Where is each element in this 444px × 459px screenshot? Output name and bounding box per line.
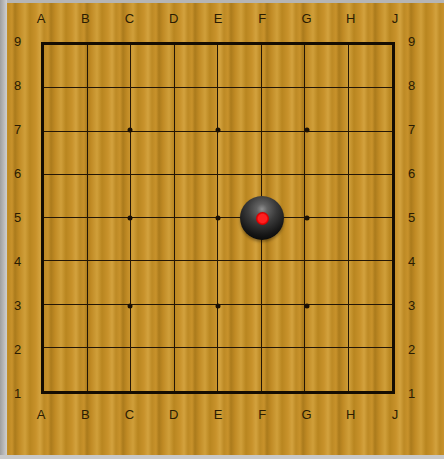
- row-label-1: 1: [14, 386, 21, 402]
- board-cell[interactable]: [262, 132, 306, 175]
- board-cell[interactable]: [349, 218, 393, 261]
- board-cell[interactable]: [305, 305, 349, 348]
- board-cell[interactable]: [88, 348, 132, 391]
- board-cell[interactable]: [88, 305, 132, 348]
- column-label-H: H: [346, 407, 355, 423]
- row-label-9: 9: [408, 34, 415, 50]
- row-label-9: 9: [14, 34, 21, 50]
- board-cell[interactable]: [218, 218, 262, 261]
- row-label-4: 4: [408, 254, 415, 270]
- column-label-A: A: [37, 407, 46, 423]
- row-label-1: 1: [408, 386, 415, 402]
- column-label-F: F: [258, 407, 266, 423]
- column-label-J: J: [392, 407, 399, 423]
- board-cell[interactable]: [305, 132, 349, 175]
- row-label-2: 2: [14, 342, 21, 358]
- board-cell[interactable]: [262, 218, 306, 261]
- board-cell[interactable]: [218, 175, 262, 218]
- board-cell[interactable]: [44, 88, 88, 131]
- column-labels-top: ABCDEFGHJ: [41, 11, 395, 27]
- board-cell[interactable]: [305, 348, 349, 391]
- board-cell[interactable]: [88, 175, 132, 218]
- board-cell[interactable]: [175, 305, 219, 348]
- board-cell[interactable]: [262, 305, 306, 348]
- board-cell[interactable]: [88, 218, 132, 261]
- column-label-B: B: [81, 407, 90, 423]
- board-cell[interactable]: [218, 261, 262, 304]
- column-label-G: G: [301, 11, 311, 27]
- board-cell[interactable]: [44, 261, 88, 304]
- board-cell[interactable]: [349, 261, 393, 304]
- go-board-screenshot: ABCDEFGHJ ABCDEFGHJ 987654321 987654321: [0, 0, 444, 459]
- row-labels-right: 987654321: [408, 42, 422, 394]
- board-cell[interactable]: [131, 88, 175, 131]
- row-label-6: 6: [14, 166, 21, 182]
- row-label-7: 7: [408, 122, 415, 138]
- board-cell[interactable]: [218, 305, 262, 348]
- frame-edge-top: [0, 0, 444, 3]
- go-board-grid[interactable]: [41, 42, 395, 394]
- board-cell[interactable]: [131, 261, 175, 304]
- board-cell[interactable]: [131, 175, 175, 218]
- board-cell[interactable]: [305, 88, 349, 131]
- board-cell[interactable]: [175, 132, 219, 175]
- column-label-D: D: [169, 407, 178, 423]
- row-label-2: 2: [408, 342, 415, 358]
- board-cell[interactable]: [305, 45, 349, 88]
- row-label-8: 8: [408, 78, 415, 94]
- board-cell[interactable]: [131, 218, 175, 261]
- column-label-C: C: [125, 11, 134, 27]
- row-label-8: 8: [14, 78, 21, 94]
- board-cell[interactable]: [88, 45, 132, 88]
- board-cell[interactable]: [218, 348, 262, 391]
- board-cell[interactable]: [131, 132, 175, 175]
- column-label-B: B: [81, 11, 90, 27]
- board-cell[interactable]: [262, 261, 306, 304]
- board-cell[interactable]: [88, 88, 132, 131]
- board-cell[interactable]: [44, 218, 88, 261]
- board-cell[interactable]: [349, 175, 393, 218]
- column-label-E: E: [214, 407, 223, 423]
- board-cell[interactable]: [88, 132, 132, 175]
- board-cell[interactable]: [131, 348, 175, 391]
- board-cell[interactable]: [218, 88, 262, 131]
- board-cell[interactable]: [44, 175, 88, 218]
- column-label-D: D: [169, 11, 178, 27]
- board-cell[interactable]: [175, 218, 219, 261]
- row-label-5: 5: [14, 210, 21, 226]
- row-label-6: 6: [408, 166, 415, 182]
- board-cell[interactable]: [44, 348, 88, 391]
- board-cell[interactable]: [305, 218, 349, 261]
- board-cell[interactable]: [131, 45, 175, 88]
- row-label-3: 3: [408, 298, 415, 314]
- board-cell[interactable]: [349, 348, 393, 391]
- board-cell[interactable]: [218, 45, 262, 88]
- board-cell[interactable]: [305, 175, 349, 218]
- column-label-A: A: [37, 11, 46, 27]
- board-cell[interactable]: [175, 45, 219, 88]
- row-label-7: 7: [14, 122, 21, 138]
- board-cell[interactable]: [175, 348, 219, 391]
- frame-edge-bottom: [0, 455, 444, 459]
- column-label-J: J: [392, 11, 399, 27]
- board-cell[interactable]: [349, 45, 393, 88]
- row-label-4: 4: [14, 254, 21, 270]
- board-cell[interactable]: [44, 132, 88, 175]
- frame-edge-left: [0, 0, 7, 459]
- column-label-H: H: [346, 11, 355, 27]
- board-cell[interactable]: [175, 175, 219, 218]
- board-cell[interactable]: [349, 132, 393, 175]
- board-cell[interactable]: [44, 305, 88, 348]
- board-cell[interactable]: [44, 45, 88, 88]
- row-label-3: 3: [14, 298, 21, 314]
- column-label-G: G: [301, 407, 311, 423]
- board-cell[interactable]: [349, 305, 393, 348]
- board-cell[interactable]: [262, 175, 306, 218]
- board-cell[interactable]: [175, 88, 219, 131]
- row-label-5: 5: [408, 210, 415, 226]
- board-cell[interactable]: [262, 348, 306, 391]
- board-cell[interactable]: [88, 261, 132, 304]
- board-cell[interactable]: [262, 45, 306, 88]
- column-label-F: F: [258, 11, 266, 27]
- board-cell[interactable]: [305, 261, 349, 304]
- column-labels-bottom: ABCDEFGHJ: [41, 407, 395, 423]
- board-cell[interactable]: [175, 261, 219, 304]
- board-cell[interactable]: [349, 88, 393, 131]
- column-label-C: C: [125, 407, 134, 423]
- column-label-E: E: [214, 11, 223, 27]
- board-cell[interactable]: [262, 88, 306, 131]
- row-labels-left: 987654321: [14, 42, 28, 394]
- board-cell[interactable]: [218, 132, 262, 175]
- board-cell[interactable]: [131, 305, 175, 348]
